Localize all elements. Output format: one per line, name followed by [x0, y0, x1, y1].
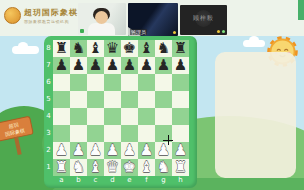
rank-label-4: 4: [44, 108, 53, 125]
rank-label-1: 1: [44, 159, 53, 176]
square-b7[interactable]: ♟: [70, 57, 87, 74]
status-dot-icon: [222, 30, 225, 33]
cursor-crosshair-icon: [163, 135, 173, 145]
white-pawn[interactable]: ♟: [53, 142, 70, 159]
square-h7[interactable]: ♟: [172, 57, 189, 74]
black-knight[interactable]: ♞: [70, 40, 87, 57]
square-e6[interactable]: [121, 74, 138, 91]
black-pawn[interactable]: ♟: [121, 57, 138, 74]
square-c4[interactable]: [87, 108, 104, 125]
rank-label-7: 7: [44, 57, 53, 74]
square-e1[interactable]: ♚: [121, 159, 138, 176]
square-c6[interactable]: [87, 74, 104, 91]
square-b2[interactable]: ♟: [70, 142, 87, 159]
square-e8[interactable]: ♚: [121, 40, 138, 57]
square-a1[interactable]: ♜: [53, 159, 70, 176]
mic-icon: [80, 29, 84, 33]
sign-post: [14, 137, 22, 155]
square-h2[interactable]: ♟: [172, 142, 189, 159]
video-strip: 管理员 顾梓毅: [78, 3, 227, 36]
square-h8[interactable]: ♜: [172, 40, 189, 57]
rank-label-3: 3: [44, 125, 53, 142]
square-g4[interactable]: [155, 108, 172, 125]
file-label-e: e: [121, 176, 138, 184]
square-a2[interactable]: ♟: [53, 142, 70, 159]
square-c8[interactable]: ♝: [87, 40, 104, 57]
chess-board: 87654321 ♜♞♝♛♚♝♞♜♟♟♟♟♟♟♟♟♟♟♟♟♟♟♟♟♜♞♝♛♚♝♞…: [44, 36, 197, 188]
square-b5[interactable]: [70, 91, 87, 108]
rank-label-2: 2: [44, 142, 53, 159]
square-a8[interactable]: ♜: [53, 40, 70, 57]
file-label-h: h: [172, 176, 189, 184]
file-label-f: f: [138, 176, 155, 184]
square-d7[interactable]: ♟: [104, 57, 121, 74]
square-f4[interactable]: [138, 108, 155, 125]
black-king[interactable]: ♚: [121, 40, 138, 57]
black-bishop[interactable]: ♝: [138, 40, 155, 57]
square-d6[interactable]: [104, 74, 121, 91]
white-pawn[interactable]: ♟: [138, 142, 155, 159]
square-b1[interactable]: ♞: [70, 159, 87, 176]
square-d5[interactable]: [104, 91, 121, 108]
screen-share-label: 管理员: [130, 29, 147, 36]
black-pawn[interactable]: ♟: [53, 57, 70, 74]
square-e2[interactable]: ♟: [121, 142, 138, 159]
square-d1[interactable]: ♛: [104, 159, 121, 176]
square-f8[interactable]: ♝: [138, 40, 155, 57]
board-grid: ♜♞♝♛♚♝♞♜♟♟♟♟♟♟♟♟♟♟♟♟♟♟♟♟♜♞♝♛♚♝♞♜: [53, 40, 189, 176]
white-king[interactable]: ♚: [121, 159, 138, 176]
black-rook[interactable]: ♜: [53, 40, 70, 57]
square-a4[interactable]: [53, 108, 70, 125]
white-bishop[interactable]: ♝: [87, 159, 104, 176]
logo-tagline: 国际象棋教育连锁机构: [24, 19, 78, 24]
square-f5[interactable]: [138, 91, 155, 108]
white-pawn[interactable]: ♟: [87, 142, 104, 159]
status-dot-icon: [173, 31, 176, 34]
black-bishop[interactable]: ♝: [87, 40, 104, 57]
rank-label-5: 5: [44, 91, 53, 108]
student-name: 顾梓毅: [180, 14, 227, 23]
square-e3[interactable]: [121, 125, 138, 142]
white-rook[interactable]: ♜: [172, 159, 189, 176]
status-dot-icon: [217, 30, 220, 33]
cloud: [12, 46, 39, 54]
square-d4[interactable]: [104, 108, 121, 125]
square-g5[interactable]: [155, 91, 172, 108]
square-b8[interactable]: ♞: [70, 40, 87, 57]
square-f3[interactable]: [138, 125, 155, 142]
square-a3[interactable]: [53, 125, 70, 142]
teacher-body: [88, 23, 115, 35]
teacher-face: [95, 11, 108, 24]
square-a7[interactable]: ♟: [53, 57, 70, 74]
square-c1[interactable]: ♝: [87, 159, 104, 176]
black-pawn[interactable]: ♟: [70, 57, 87, 74]
black-queen[interactable]: ♛: [104, 40, 121, 57]
square-f1[interactable]: ♝: [138, 159, 155, 176]
square-g8[interactable]: ♞: [155, 40, 172, 57]
black-pawn[interactable]: ♟: [104, 57, 121, 74]
square-f7[interactable]: ♟: [138, 57, 155, 74]
black-rook[interactable]: ♜: [172, 40, 189, 57]
square-b3[interactable]: [70, 125, 87, 142]
side-panel: [215, 52, 296, 178]
file-label-g: g: [155, 176, 172, 184]
square-h5[interactable]: [172, 91, 189, 108]
square-h6[interactable]: [172, 74, 189, 91]
square-f6[interactable]: [138, 74, 155, 91]
square-h3[interactable]: [172, 125, 189, 142]
file-label-a: a: [53, 176, 70, 184]
black-pawn[interactable]: ♟: [138, 57, 155, 74]
square-d3[interactable]: [104, 125, 121, 142]
square-c2[interactable]: ♟: [87, 142, 104, 159]
black-knight[interactable]: ♞: [155, 40, 172, 57]
square-f2[interactable]: ♟: [138, 142, 155, 159]
student-video-tile[interactable]: 顾梓毅: [180, 5, 227, 35]
window-edge: [298, 0, 304, 20]
logo-title: 超玥国际象棋: [24, 7, 78, 18]
square-e5[interactable]: [121, 91, 138, 108]
file-label-d: d: [104, 176, 121, 184]
file-label-b: b: [70, 176, 87, 184]
square-b6[interactable]: [70, 74, 87, 91]
black-pawn[interactable]: ♟: [172, 57, 189, 74]
rank-labels: 87654321: [44, 40, 53, 176]
square-e7[interactable]: ♟: [121, 57, 138, 74]
square-c3[interactable]: [87, 125, 104, 142]
black-pawn[interactable]: ♟: [155, 57, 172, 74]
screen-share-tile[interactable]: 管理员: [128, 3, 178, 36]
square-a5[interactable]: [53, 91, 70, 108]
square-h1[interactable]: ♜: [172, 159, 189, 176]
white-knight[interactable]: ♞: [155, 159, 172, 176]
white-rook[interactable]: ♜: [53, 159, 70, 176]
square-d8[interactable]: ♛: [104, 40, 121, 57]
square-g6[interactable]: [155, 74, 172, 91]
white-pawn[interactable]: ♟: [121, 142, 138, 159]
square-b4[interactable]: [70, 108, 87, 125]
rank-label-8: 8: [44, 40, 53, 57]
square-c7[interactable]: ♟: [87, 57, 104, 74]
file-label-c: c: [87, 176, 104, 184]
white-pawn[interactable]: ♟: [104, 142, 121, 159]
black-pawn[interactable]: ♟: [87, 57, 104, 74]
white-queen[interactable]: ♛: [104, 159, 121, 176]
square-c5[interactable]: [87, 91, 104, 108]
square-a6[interactable]: [53, 74, 70, 91]
square-g7[interactable]: ♟: [155, 57, 172, 74]
app-logo: 超玥国际象棋 国际象棋教育连锁机构: [4, 7, 78, 24]
white-pawn[interactable]: ♟: [172, 142, 189, 159]
square-d2[interactable]: ♟: [104, 142, 121, 159]
file-labels: abcdefgh: [53, 176, 189, 184]
square-g1[interactable]: ♞: [155, 159, 172, 176]
teacher-webcam-tile[interactable]: [78, 3, 126, 35]
logo-emblem-icon: [4, 7, 21, 24]
square-h4[interactable]: [172, 108, 189, 125]
cloud: [243, 40, 265, 47]
rank-label-6: 6: [44, 74, 53, 91]
white-bishop[interactable]: ♝: [138, 159, 155, 176]
white-pawn[interactable]: ♟: [70, 142, 87, 159]
square-e4[interactable]: [121, 108, 138, 125]
white-knight[interactable]: ♞: [70, 159, 87, 176]
